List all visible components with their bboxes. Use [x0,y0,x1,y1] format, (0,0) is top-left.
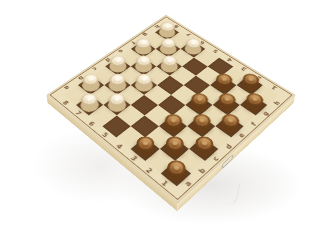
square-b4 [131,116,159,138]
piece-dark-e1 [218,111,242,129]
coord-file-a-far: a [61,83,73,92]
piece-dark-g1 [243,90,266,107]
square-a7 [76,95,103,116]
piece-dark-a1 [164,157,190,178]
square-f2 [213,95,240,116]
board-photo-scene: 88hh77gg66ff55ee44dd33cc22bb11aa [0,0,330,233]
